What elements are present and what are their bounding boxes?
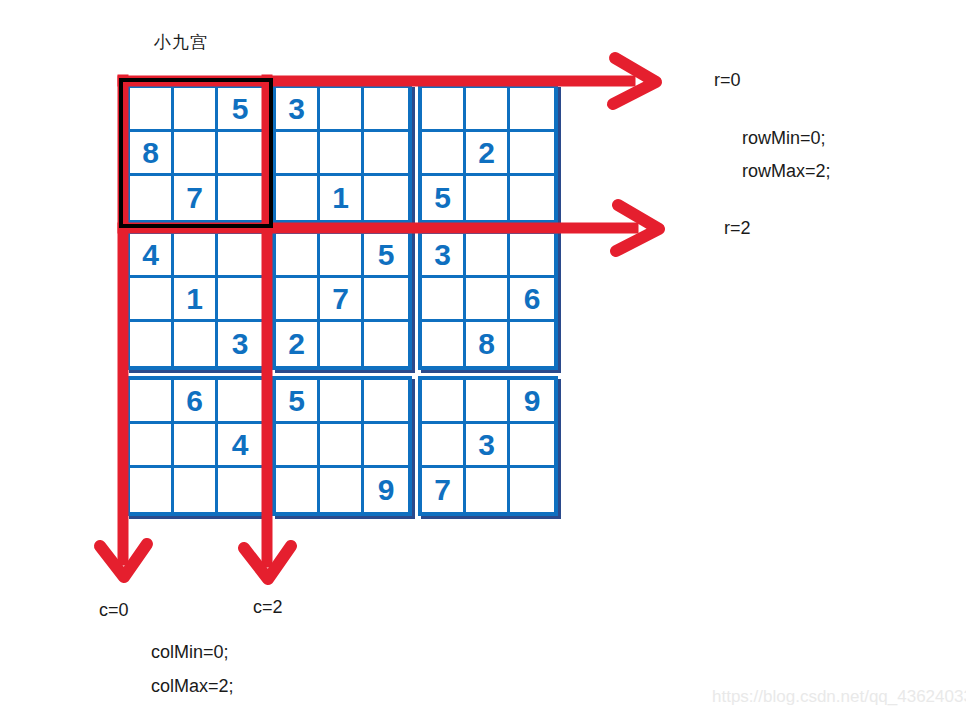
cell-r1c8[interactable] [510,132,554,176]
cell-r6c2[interactable] [218,380,262,424]
cell-r8c6[interactable]: 7 [422,468,466,512]
label-c2: c=2 [253,597,283,618]
cell-r2c8[interactable] [510,176,554,220]
cell-r7c7[interactable]: 3 [466,424,510,468]
cell-r3c4[interactable] [320,234,364,278]
cell-r0c6[interactable] [422,88,466,132]
sudoku-box-5: 368 [418,230,558,370]
cell-r8c4[interactable] [320,468,364,512]
sudoku-box-2: 25 [418,84,558,224]
cell-r5c1[interactable] [174,322,218,366]
label-rowmin: rowMin=0; [742,128,826,149]
cell-r2c3[interactable] [276,176,320,220]
cell-r3c8[interactable] [510,234,554,278]
sudoku-box-6: 64 [126,376,266,516]
cell-r1c5[interactable] [364,132,408,176]
r2-arrow-head [616,205,659,251]
cell-r6c4[interactable] [320,380,364,424]
cell-r6c6[interactable] [422,380,466,424]
r0-arrow-head [613,58,656,104]
cell-r5c3[interactable]: 2 [276,322,320,366]
cell-r3c1[interactable] [174,234,218,278]
diagram-canvas: 小九宫 58731254135723686459937 r=0 rowMin=0… [0,0,966,714]
c2-arrow-head [244,546,291,579]
cell-r6c0[interactable] [130,380,174,424]
cell-r3c5[interactable]: 5 [364,234,408,278]
cell-r3c2[interactable] [218,234,262,278]
cell-r4c8[interactable]: 6 [510,278,554,322]
label-colmax: colMax=2; [151,676,234,697]
c0-arrow-head [100,544,147,577]
cell-r2c7[interactable] [466,176,510,220]
cell-r7c0[interactable] [130,424,174,468]
cell-r1c7[interactable]: 2 [466,132,510,176]
cell-r0c5[interactable] [364,88,408,132]
cell-r4c4[interactable]: 7 [320,278,364,322]
cell-r7c1[interactable] [174,424,218,468]
cell-r8c1[interactable] [174,468,218,512]
label-colmin: colMin=0; [151,642,229,663]
label-r0: r=0 [714,70,741,91]
cell-r1c3[interactable] [276,132,320,176]
cell-r4c2[interactable] [218,278,262,322]
watermark: https://blog.csdn.net/qq_43624033 [712,687,966,707]
cell-r2c4[interactable]: 1 [320,176,364,220]
cell-r8c7[interactable] [466,468,510,512]
cell-r8c8[interactable] [510,468,554,512]
cell-r1c4[interactable] [320,132,364,176]
cell-r7c6[interactable] [422,424,466,468]
cell-r0c8[interactable] [510,88,554,132]
cell-r4c5[interactable] [364,278,408,322]
cell-r0c4[interactable] [320,88,364,132]
label-r2: r=2 [724,218,751,239]
cell-r8c5[interactable]: 9 [364,468,408,512]
cell-r1c6[interactable] [422,132,466,176]
sudoku-box-7: 59 [272,376,412,516]
sudoku-box-8: 937 [418,376,558,516]
sudoku-box-3: 413 [126,230,266,370]
cell-r7c2[interactable]: 4 [218,424,262,468]
sudoku-box-1: 31 [272,84,412,224]
cell-r8c0[interactable] [130,468,174,512]
cell-r2c5[interactable] [364,176,408,220]
page-title: 小九宫 [154,31,208,54]
cell-r7c4[interactable] [320,424,364,468]
sudoku-box-4: 572 [272,230,412,370]
cell-r4c0[interactable] [130,278,174,322]
cell-r8c3[interactable] [276,468,320,512]
cell-r7c5[interactable] [364,424,408,468]
cell-r7c8[interactable] [510,424,554,468]
cell-r4c1[interactable]: 1 [174,278,218,322]
box-highlight-rect [119,78,273,228]
cell-r5c2[interactable]: 3 [218,322,262,366]
cell-r4c6[interactable] [422,278,466,322]
cell-r8c2[interactable] [218,468,262,512]
cell-r6c1[interactable]: 6 [174,380,218,424]
cell-r5c8[interactable] [510,322,554,366]
cell-r5c0[interactable] [130,322,174,366]
cell-r0c3[interactable]: 3 [276,88,320,132]
cell-r6c7[interactable] [466,380,510,424]
cell-r6c3[interactable]: 5 [276,380,320,424]
cell-r5c7[interactable]: 8 [466,322,510,366]
cell-r0c7[interactable] [466,88,510,132]
cell-r5c5[interactable] [364,322,408,366]
label-c0: c=0 [99,600,129,621]
cell-r3c6[interactable]: 3 [422,234,466,278]
cell-r2c6[interactable]: 5 [422,176,466,220]
cell-r3c7[interactable] [466,234,510,278]
cell-r7c3[interactable] [276,424,320,468]
cell-r5c6[interactable] [422,322,466,366]
cell-r4c7[interactable] [466,278,510,322]
label-rowmax: rowMax=2; [742,161,831,182]
cell-r5c4[interactable] [320,322,364,366]
cell-r3c3[interactable] [276,234,320,278]
cell-r3c0[interactable]: 4 [130,234,174,278]
cell-r6c8[interactable]: 9 [510,380,554,424]
cell-r6c5[interactable] [364,380,408,424]
cell-r4c3[interactable] [276,278,320,322]
